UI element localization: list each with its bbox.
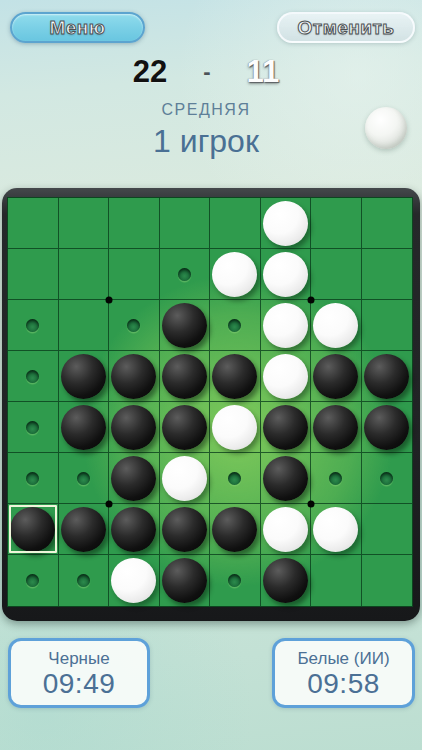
legal-move-hint (380, 472, 393, 485)
black-disc (364, 405, 409, 450)
board-grid (7, 197, 413, 607)
board-cell-c3[interactable] (109, 300, 160, 351)
board-cell-h3[interactable] (362, 300, 413, 351)
legal-move-hint (26, 370, 39, 383)
board-cell-d8[interactable] (160, 555, 211, 606)
legal-move-hint (127, 319, 140, 332)
board-cell-a3[interactable] (8, 300, 59, 351)
black-disc (313, 405, 358, 450)
black-disc (162, 354, 207, 399)
white-timer-time: 09:58 (307, 669, 380, 699)
board-cell-b2[interactable] (59, 249, 110, 300)
white-timer-box: Белые (ИИ) 09:58 (272, 638, 415, 708)
white-score: 11 (247, 54, 280, 90)
white-disc (263, 354, 308, 399)
legal-move-hint (77, 574, 90, 587)
black-disc (111, 456, 156, 501)
board-cell-e5[interactable] (210, 402, 261, 453)
black-disc (61, 405, 106, 450)
board-cell-g4[interactable] (311, 351, 362, 402)
black-disc (364, 354, 409, 399)
board-cell-a6[interactable] (8, 453, 59, 504)
board-cell-g3[interactable] (311, 300, 362, 351)
board-star-point (106, 501, 113, 508)
board-cell-e3[interactable] (210, 300, 261, 351)
board-cell-e4[interactable] (210, 351, 261, 402)
legal-move-hint (178, 268, 191, 281)
board-cell-e8[interactable] (210, 555, 261, 606)
board-cell-g1[interactable] (311, 198, 362, 249)
black-disc (61, 354, 106, 399)
white-disc (263, 303, 308, 348)
board-star-point (308, 501, 315, 508)
othello-app-screen: Меню Отменить 22 - 11 СРЕДНЯЯ 1 игрок Че… (0, 0, 422, 750)
board-cell-b5[interactable] (59, 402, 110, 453)
legal-move-hint (26, 319, 39, 332)
board-star-point (308, 297, 315, 304)
white-turn-indicator-ball (365, 107, 407, 149)
board-cell-g7[interactable] (311, 504, 362, 555)
game-mode-label: 1 игрок (0, 123, 412, 160)
board-cell-a5[interactable] (8, 402, 59, 453)
board-cell-d7[interactable] (160, 504, 211, 555)
black-disc (111, 507, 156, 552)
white-disc (263, 507, 308, 552)
board-cell-c2[interactable] (109, 249, 160, 300)
legal-move-hint (228, 574, 241, 587)
board-cell-b6[interactable] (59, 453, 110, 504)
board-cell-g8[interactable] (311, 555, 362, 606)
board-cell-f3[interactable] (261, 300, 312, 351)
black-disc (212, 507, 257, 552)
legal-move-hint (26, 472, 39, 485)
board-cell-a2[interactable] (8, 249, 59, 300)
board-star-point (106, 297, 113, 304)
board-cell-e7[interactable] (210, 504, 261, 555)
legal-move-hint (329, 472, 342, 485)
white-disc (263, 252, 308, 297)
board-cell-b4[interactable] (59, 351, 110, 402)
legal-move-hint (228, 319, 241, 332)
board-cell-d3[interactable] (160, 300, 211, 351)
board-cell-b8[interactable] (59, 555, 110, 606)
board-cell-f4[interactable] (261, 351, 312, 402)
board-cell-a7[interactable] (8, 504, 59, 555)
legal-move-hint (26, 574, 39, 587)
board-cell-f2[interactable] (261, 249, 312, 300)
black-disc (263, 456, 308, 501)
board-cell-d1[interactable] (160, 198, 211, 249)
white-disc (212, 405, 257, 450)
black-disc (10, 507, 55, 552)
white-disc (212, 252, 257, 297)
legal-move-hint (77, 472, 90, 485)
black-disc (162, 405, 207, 450)
menu-button[interactable]: Меню (10, 12, 145, 43)
black-disc (162, 303, 207, 348)
undo-button-label: Отменить (298, 17, 395, 39)
score-separator: - (201, 59, 212, 85)
board-cell-h6[interactable] (362, 453, 413, 504)
black-disc (111, 405, 156, 450)
board-cell-c4[interactable] (109, 351, 160, 402)
black-disc (162, 507, 207, 552)
white-disc (111, 558, 156, 603)
black-disc (111, 354, 156, 399)
board-cell-e2[interactable] (210, 249, 261, 300)
board-cell-c8[interactable] (109, 555, 160, 606)
board-cell-h2[interactable] (362, 249, 413, 300)
board-cell-c6[interactable] (109, 453, 160, 504)
board-cell-h7[interactable] (362, 504, 413, 555)
black-disc (61, 507, 106, 552)
board-frame (2, 188, 420, 621)
white-disc (313, 507, 358, 552)
board-cell-f7[interactable] (261, 504, 312, 555)
board-cell-c7[interactable] (109, 504, 160, 555)
white-disc (162, 456, 207, 501)
board-cell-g2[interactable] (311, 249, 362, 300)
black-disc (313, 354, 358, 399)
black-timer-time: 09:49 (43, 669, 116, 699)
black-timer-box: Черные 09:49 (8, 638, 150, 708)
black-disc (263, 405, 308, 450)
board-cell-d2[interactable] (160, 249, 211, 300)
black-disc (263, 558, 308, 603)
white-disc (313, 303, 358, 348)
legal-move-hint (228, 472, 241, 485)
board-cell-h4[interactable] (362, 351, 413, 402)
board-cell-b3[interactable] (59, 300, 110, 351)
board-cell-h8[interactable] (362, 555, 413, 606)
legal-move-hint (26, 421, 39, 434)
board-cell-g5[interactable] (311, 402, 362, 453)
board-cell-f5[interactable] (261, 402, 312, 453)
white-timer-label: Белые (ИИ) (297, 648, 389, 669)
board-cell-d4[interactable] (160, 351, 211, 402)
board-cell-h1[interactable] (362, 198, 413, 249)
board-cell-g6[interactable] (311, 453, 362, 504)
board-cell-a4[interactable] (8, 351, 59, 402)
board-cell-f1[interactable] (261, 198, 312, 249)
white-disc (263, 201, 308, 246)
board-cell-h5[interactable] (362, 402, 413, 453)
score-row: 22 - 11 (0, 54, 417, 90)
board-cell-a8[interactable] (8, 555, 59, 606)
black-timer-label: Черные (48, 648, 109, 669)
black-disc (162, 558, 207, 603)
board-cell-f8[interactable] (261, 555, 312, 606)
board-cell-a1[interactable] (8, 198, 59, 249)
board-cell-c1[interactable] (109, 198, 160, 249)
black-score: 22 (133, 54, 167, 90)
board-cell-f6[interactable] (261, 453, 312, 504)
menu-button-label: Меню (49, 17, 105, 39)
undo-button[interactable]: Отменить (277, 12, 415, 43)
board-cell-c5[interactable] (109, 402, 160, 453)
black-disc (212, 354, 257, 399)
board-cell-e6[interactable] (210, 453, 261, 504)
board-cell-e1[interactable] (210, 198, 261, 249)
board-cell-d6[interactable] (160, 453, 211, 504)
board-cell-b1[interactable] (59, 198, 110, 249)
difficulty-label: СРЕДНЯЯ (0, 101, 412, 119)
board-cell-b7[interactable] (59, 504, 110, 555)
board-cell-d5[interactable] (160, 402, 211, 453)
